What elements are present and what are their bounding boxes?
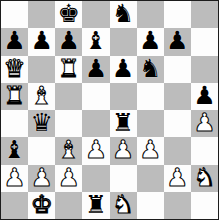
- square-h5[interactable]: ♟: [191, 83, 218, 110]
- piece-wP-b2: ♟: [30, 165, 52, 190]
- square-h8[interactable]: [191, 1, 218, 28]
- piece-wN-e1: ♞: [112, 192, 134, 217]
- piece-wR-c6: ♜: [58, 56, 80, 81]
- square-f8[interactable]: [137, 1, 164, 28]
- square-e8[interactable]: ♞: [110, 1, 137, 28]
- square-e6[interactable]: ♟: [110, 56, 137, 83]
- square-f5[interactable]: [137, 83, 164, 110]
- square-b4[interactable]: ♛: [28, 110, 55, 137]
- piece-wN-h2: ♞: [193, 165, 215, 190]
- square-g2[interactable]: ♟: [164, 165, 191, 192]
- board-grid: ♚♞♟♟♟♝♟♟♛♜♟♟♞♜♝♟♛♜♟♝♝♟♟♟♟♟♟♟♞♚♜♞: [1, 1, 218, 219]
- square-c4[interactable]: [55, 110, 82, 137]
- square-d6[interactable]: ♟: [82, 56, 109, 83]
- square-g7[interactable]: ♟: [164, 28, 191, 55]
- square-d3[interactable]: ♟: [82, 137, 109, 164]
- square-d8[interactable]: [82, 1, 109, 28]
- square-g5[interactable]: [164, 83, 191, 110]
- square-c8[interactable]: ♚: [55, 1, 82, 28]
- square-h3[interactable]: [191, 137, 218, 164]
- square-h7[interactable]: [191, 28, 218, 55]
- piece-bP-d6: ♟: [85, 56, 107, 81]
- square-a5[interactable]: ♜: [1, 83, 28, 110]
- square-e3[interactable]: ♟: [110, 137, 137, 164]
- piece-wP-c2: ♟: [58, 165, 80, 190]
- square-h4[interactable]: ♟: [191, 110, 218, 137]
- square-h2[interactable]: ♞: [191, 165, 218, 192]
- piece-wB-c3: ♝: [58, 137, 80, 162]
- square-d2[interactable]: [82, 165, 109, 192]
- square-f4[interactable]: [137, 110, 164, 137]
- square-g4[interactable]: [164, 110, 191, 137]
- piece-wP-f3: ♟: [139, 137, 161, 162]
- square-f2[interactable]: [137, 165, 164, 192]
- piece-bB-d7: ♝: [85, 28, 107, 53]
- piece-wP-g2: ♟: [166, 165, 188, 190]
- square-g1[interactable]: [164, 192, 191, 219]
- square-d1[interactable]: ♜: [82, 192, 109, 219]
- square-a4[interactable]: [1, 110, 28, 137]
- square-g3[interactable]: [164, 137, 191, 164]
- piece-bB-a3: ♝: [3, 137, 25, 162]
- square-d4[interactable]: [82, 110, 109, 137]
- square-c6[interactable]: ♜: [55, 56, 82, 83]
- piece-bP-e6: ♟: [112, 56, 134, 81]
- piece-wK-b1: ♚: [30, 192, 52, 217]
- square-e1[interactable]: ♞: [110, 192, 137, 219]
- piece-wR-a5: ♜: [3, 83, 25, 108]
- piece-bQ-b4: ♛: [30, 110, 52, 135]
- square-b5[interactable]: ♝: [28, 83, 55, 110]
- square-b7[interactable]: ♟: [28, 28, 55, 55]
- square-a2[interactable]: ♟: [1, 165, 28, 192]
- square-b2[interactable]: ♟: [28, 165, 55, 192]
- square-b6[interactable]: [28, 56, 55, 83]
- square-a3[interactable]: ♝: [1, 137, 28, 164]
- square-f3[interactable]: ♟: [137, 137, 164, 164]
- square-b8[interactable]: [28, 1, 55, 28]
- piece-wP-e3: ♟: [112, 137, 134, 162]
- piece-bP-c7: ♟: [58, 28, 80, 53]
- chess-board: ♚♞♟♟♟♝♟♟♛♜♟♟♞♜♝♟♛♜♟♝♝♟♟♟♟♟♟♟♞♚♜♞: [0, 0, 219, 220]
- piece-wB-b5: ♝: [30, 83, 52, 108]
- square-f7[interactable]: ♟: [137, 28, 164, 55]
- piece-wP-d3: ♟: [85, 137, 107, 162]
- square-a1[interactable]: [1, 192, 28, 219]
- square-g6[interactable]: [164, 56, 191, 83]
- square-c7[interactable]: ♟: [55, 28, 82, 55]
- square-e4[interactable]: ♜: [110, 110, 137, 137]
- square-h6[interactable]: [191, 56, 218, 83]
- square-d7[interactable]: ♝: [82, 28, 109, 55]
- square-h1[interactable]: [191, 192, 218, 219]
- piece-bN-e8: ♞: [112, 1, 134, 26]
- piece-bP-h5: ♟: [193, 83, 215, 108]
- square-e2[interactable]: [110, 165, 137, 192]
- square-a8[interactable]: [1, 1, 28, 28]
- square-c1[interactable]: [55, 192, 82, 219]
- piece-bP-b7: ♟: [30, 28, 52, 53]
- piece-bP-a7: ♟: [3, 28, 25, 53]
- piece-wP-h4: ♟: [193, 110, 215, 135]
- square-d5[interactable]: [82, 83, 109, 110]
- square-e5[interactable]: [110, 83, 137, 110]
- piece-wQ-a6: ♛: [3, 56, 25, 81]
- piece-bK-c8: ♚: [58, 1, 80, 26]
- square-c2[interactable]: ♟: [55, 165, 82, 192]
- piece-bR-e4: ♜: [112, 110, 134, 135]
- piece-bP-g7: ♟: [166, 28, 188, 53]
- square-a6[interactable]: ♛: [1, 56, 28, 83]
- piece-bP-f7: ♟: [139, 28, 161, 53]
- piece-bR-d1: ♜: [85, 192, 107, 217]
- square-c3[interactable]: ♝: [55, 137, 82, 164]
- square-c5[interactable]: [55, 83, 82, 110]
- square-b1[interactable]: ♚: [28, 192, 55, 219]
- square-g8[interactable]: [164, 1, 191, 28]
- square-f6[interactable]: ♞: [137, 56, 164, 83]
- square-e7[interactable]: [110, 28, 137, 55]
- square-a7[interactable]: ♟: [1, 28, 28, 55]
- square-b3[interactable]: [28, 137, 55, 164]
- square-f1[interactable]: [137, 192, 164, 219]
- piece-bN-f6: ♞: [139, 56, 161, 81]
- piece-wP-a2: ♟: [3, 165, 25, 190]
